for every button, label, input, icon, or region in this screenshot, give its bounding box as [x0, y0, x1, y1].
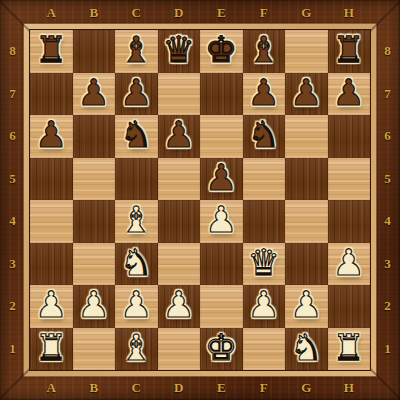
square-d5[interactable] [158, 158, 201, 201]
square-d1[interactable] [158, 328, 201, 371]
coordinate-label-d: D [158, 1, 201, 24]
square-e6[interactable] [200, 115, 243, 158]
white-pawn[interactable]: ♟ [120, 287, 152, 323]
square-f3[interactable]: ♛ [243, 243, 286, 286]
square-a6[interactable]: ♟ [30, 115, 73, 158]
square-e1[interactable]: ♚ [200, 328, 243, 371]
white-pawn[interactable]: ♟ [35, 287, 67, 323]
square-a7[interactable] [30, 73, 73, 116]
square-d3[interactable] [158, 243, 201, 286]
square-d8[interactable]: ♛ [158, 30, 201, 73]
white-bishop[interactable]: ♝ [120, 202, 152, 238]
black-queen[interactable]: ♛ [163, 32, 195, 68]
square-d6[interactable]: ♟ [158, 115, 201, 158]
square-c1[interactable]: ♝ [115, 328, 158, 371]
coordinate-label-2: 2 [1, 285, 24, 328]
coordinate-label-c: C [115, 376, 158, 399]
square-g7[interactable]: ♟ [285, 73, 328, 116]
black-pawn[interactable]: ♟ [333, 75, 365, 111]
square-f2[interactable]: ♟ [243, 285, 286, 328]
coordinate-label-6: 6 [1, 115, 24, 158]
square-b4[interactable] [73, 200, 116, 243]
coordinate-label-d: D [158, 376, 201, 399]
white-pawn[interactable]: ♟ [205, 202, 237, 238]
square-f4[interactable] [243, 200, 286, 243]
coordinate-label-2: 2 [376, 285, 399, 328]
square-h3[interactable]: ♟ [328, 243, 371, 286]
square-a5[interactable] [30, 158, 73, 201]
coordinate-label-6: 6 [376, 115, 399, 158]
square-f6[interactable]: ♞ [243, 115, 286, 158]
coordinate-label-8: 8 [1, 30, 24, 73]
coordinate-label-g: G [285, 376, 328, 399]
coordinate-label-f: F [243, 376, 286, 399]
white-knight[interactable]: ♞ [290, 330, 322, 366]
square-h5[interactable] [328, 158, 371, 201]
black-pawn[interactable]: ♟ [290, 75, 322, 111]
board-frame: ABCDEFGH ABCDEFGH 87654321 87654321 ♜♝♛♚… [0, 0, 400, 400]
coordinate-label-e: E [200, 1, 243, 24]
coordinate-label-c: C [115, 1, 158, 24]
coordinate-label-f: F [243, 1, 286, 24]
frame-mitre-seam [0, 0, 31, 33]
coordinate-label-g: G [285, 1, 328, 24]
white-pawn[interactable]: ♟ [333, 245, 365, 281]
square-b6[interactable] [73, 115, 116, 158]
white-pawn[interactable]: ♟ [290, 287, 322, 323]
square-h4[interactable] [328, 200, 371, 243]
square-g2[interactable]: ♟ [285, 285, 328, 328]
black-rook[interactable]: ♜ [35, 32, 67, 68]
coordinate-label-5: 5 [1, 158, 24, 201]
square-c5[interactable] [115, 158, 158, 201]
square-c6[interactable]: ♞ [115, 115, 158, 158]
white-pawn[interactable]: ♟ [163, 287, 195, 323]
square-e4[interactable]: ♟ [200, 200, 243, 243]
rank-labels-left: 87654321 [1, 30, 24, 370]
coordinate-label-1: 1 [376, 328, 399, 371]
white-rook[interactable]: ♜ [35, 330, 67, 366]
white-king[interactable]: ♚ [205, 330, 237, 366]
white-pawn[interactable]: ♟ [78, 287, 110, 323]
coordinate-label-4: 4 [376, 200, 399, 243]
black-knight[interactable]: ♞ [248, 117, 280, 153]
square-h1[interactable]: ♜ [328, 328, 371, 371]
coordinate-label-a: A [30, 376, 73, 399]
white-queen[interactable]: ♛ [248, 245, 280, 281]
black-pawn[interactable]: ♟ [78, 75, 110, 111]
square-f5[interactable] [243, 158, 286, 201]
square-g1[interactable]: ♞ [285, 328, 328, 371]
coordinate-label-h: H [328, 376, 371, 399]
square-b5[interactable] [73, 158, 116, 201]
square-g5[interactable] [285, 158, 328, 201]
black-bishop[interactable]: ♝ [120, 32, 152, 68]
frame-mitre-seam [369, 367, 400, 400]
square-e5[interactable]: ♟ [200, 158, 243, 201]
black-pawn[interactable]: ♟ [35, 117, 67, 153]
square-h2[interactable] [328, 285, 371, 328]
square-f8[interactable]: ♝ [243, 30, 286, 73]
square-a8[interactable]: ♜ [30, 30, 73, 73]
black-knight[interactable]: ♞ [120, 117, 152, 153]
black-pawn[interactable]: ♟ [205, 160, 237, 196]
square-g6[interactable] [285, 115, 328, 158]
square-h7[interactable]: ♟ [328, 73, 371, 116]
square-b2[interactable]: ♟ [73, 285, 116, 328]
square-e2[interactable] [200, 285, 243, 328]
square-c8[interactable]: ♝ [115, 30, 158, 73]
white-bishop[interactable]: ♝ [120, 330, 152, 366]
square-c2[interactable]: ♟ [115, 285, 158, 328]
file-labels-top: ABCDEFGH [30, 1, 370, 24]
black-pawn[interactable]: ♟ [120, 75, 152, 111]
square-b3[interactable] [73, 243, 116, 286]
file-labels-bottom: ABCDEFGH [30, 376, 370, 399]
square-g3[interactable] [285, 243, 328, 286]
square-e8[interactable]: ♚ [200, 30, 243, 73]
square-g4[interactable] [285, 200, 328, 243]
rank-labels-right: 87654321 [376, 30, 399, 370]
coordinate-label-1: 1 [1, 328, 24, 371]
coordinate-label-3: 3 [376, 243, 399, 286]
square-c7[interactable]: ♟ [115, 73, 158, 116]
square-d4[interactable] [158, 200, 201, 243]
coordinate-label-7: 7 [376, 73, 399, 116]
square-d7[interactable] [158, 73, 201, 116]
black-pawn[interactable]: ♟ [163, 117, 195, 153]
square-a4[interactable] [30, 200, 73, 243]
coordinate-label-b: B [73, 376, 116, 399]
white-knight[interactable]: ♞ [120, 245, 152, 281]
square-c3[interactable]: ♞ [115, 243, 158, 286]
square-a2[interactable]: ♟ [30, 285, 73, 328]
black-king[interactable]: ♚ [205, 32, 237, 68]
white-pawn[interactable]: ♟ [248, 287, 280, 323]
square-e3[interactable] [200, 243, 243, 286]
square-c4[interactable]: ♝ [115, 200, 158, 243]
coordinate-label-a: A [30, 1, 73, 24]
square-g8[interactable] [285, 30, 328, 73]
coordinate-label-5: 5 [376, 158, 399, 201]
square-f7[interactable]: ♟ [243, 73, 286, 116]
square-b8[interactable] [73, 30, 116, 73]
coordinate-label-7: 7 [1, 73, 24, 116]
coordinate-label-b: B [73, 1, 116, 24]
square-h8[interactable]: ♜ [328, 30, 371, 73]
coordinate-label-8: 8 [376, 30, 399, 73]
coordinate-label-e: E [200, 376, 243, 399]
black-pawn[interactable]: ♟ [248, 75, 280, 111]
square-f1[interactable] [243, 328, 286, 371]
coordinate-label-3: 3 [1, 243, 24, 286]
black-rook[interactable]: ♜ [333, 32, 365, 68]
square-a3[interactable] [30, 243, 73, 286]
square-e7[interactable] [200, 73, 243, 116]
coordinate-label-4: 4 [1, 200, 24, 243]
frame-mitre-seam [0, 367, 31, 400]
black-bishop[interactable]: ♝ [248, 32, 280, 68]
frame-mitre-seam [369, 0, 400, 33]
square-d2[interactable]: ♟ [158, 285, 201, 328]
square-h6[interactable] [328, 115, 371, 158]
coordinate-label-h: H [328, 1, 371, 24]
chess-board: ♜♝♛♚♝♜♟♟♟♟♟♟♞♟♞♟♝♟♞♛♟♟♟♟♟♟♟♜♝♚♞♜ [30, 30, 370, 370]
white-rook[interactable]: ♜ [333, 330, 365, 366]
square-a1[interactable]: ♜ [30, 328, 73, 371]
square-b7[interactable]: ♟ [73, 73, 116, 116]
square-b1[interactable] [73, 328, 116, 371]
